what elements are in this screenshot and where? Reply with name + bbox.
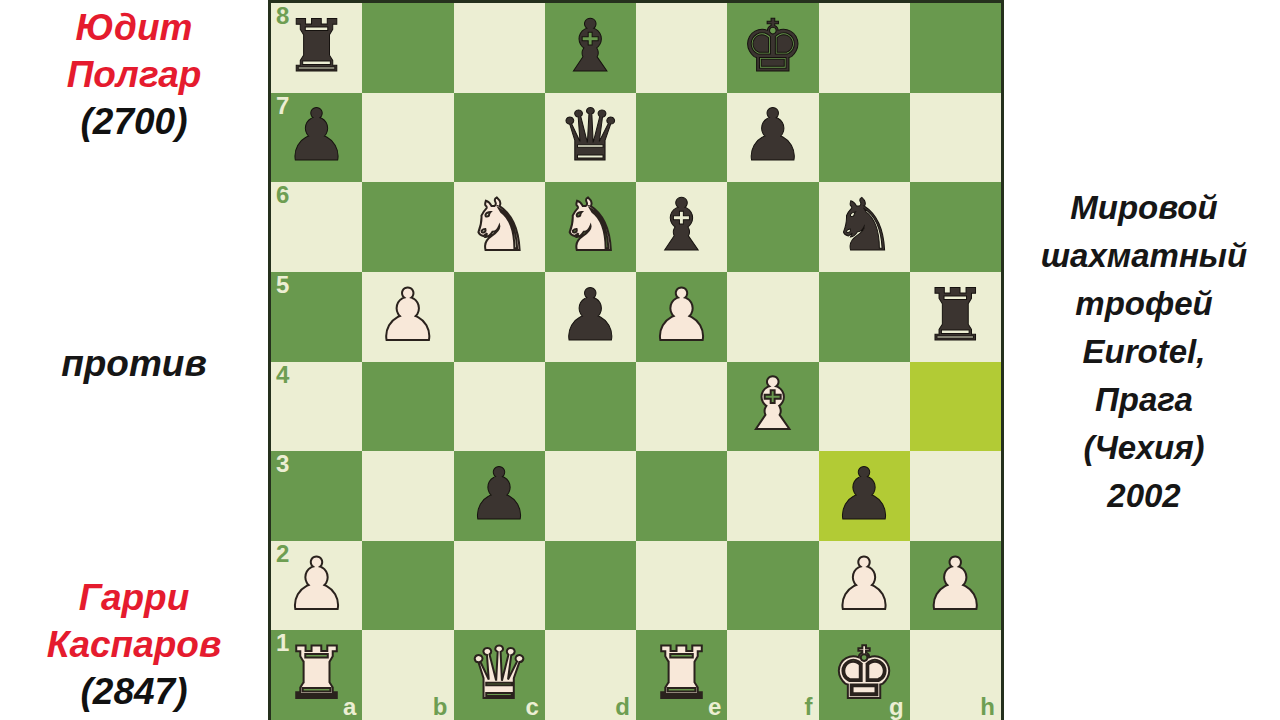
piece-black-bishop-e6: ♝ [649, 189, 714, 261]
piece-black-rook-h5: ♜ [923, 279, 988, 351]
square-c6[interactable]: ♞ [454, 182, 545, 272]
page: Юдит Полгар (2700) против Гарри Каспаров… [0, 0, 1280, 720]
square-g1[interactable]: g♚ [819, 630, 910, 720]
square-a1[interactable]: 1a♜ [271, 630, 362, 720]
square-f3[interactable] [727, 451, 818, 541]
event-info: Мировой шахматный трофей Eurotel, Прага … [1008, 184, 1280, 520]
white-player-first-name: Гарри [0, 574, 268, 621]
white-player-label: Гарри Каспаров (2847) [0, 574, 268, 715]
piece-white-pawn-h2: ♟ [923, 548, 988, 620]
square-e2[interactable] [636, 541, 727, 631]
black-player-rating: (2700) [0, 98, 268, 145]
piece-white-knight-d6: ♞ [558, 189, 623, 261]
black-player-last-name: Полгар [0, 51, 268, 98]
square-h1[interactable]: h [910, 630, 1001, 720]
square-f2[interactable] [727, 541, 818, 631]
square-e8[interactable] [636, 3, 727, 93]
square-g5[interactable] [819, 272, 910, 362]
square-b3[interactable] [362, 451, 453, 541]
piece-black-pawn-c3: ♟ [467, 458, 532, 530]
file-label-d: d [615, 695, 630, 719]
piece-white-pawn-a2: ♟ [284, 548, 349, 620]
square-a7[interactable]: 7♟ [271, 93, 362, 183]
square-g7[interactable] [819, 93, 910, 183]
piece-black-pawn-g3: ♟ [832, 458, 897, 530]
piece-white-pawn-e5: ♟ [649, 279, 714, 351]
file-label-b: b [433, 695, 448, 719]
rank-label-4: 4 [276, 363, 289, 387]
square-a2[interactable]: 2♟ [271, 541, 362, 631]
square-d4[interactable] [545, 362, 636, 452]
chess-board[interactable]: 8♜♝♚7♟♛♟6♞♞♝♞5♟♟♟♜4♝3♟♟2♟♟♟1a♜bc♛de♜fg♚h [268, 0, 1004, 720]
piece-white-knight-c6: ♞ [467, 189, 532, 261]
event-line: Прага [1008, 376, 1280, 424]
square-a6[interactable]: 6 [271, 182, 362, 272]
square-c8[interactable] [454, 3, 545, 93]
square-e7[interactable] [636, 93, 727, 183]
piece-black-queen-d7: ♛ [558, 99, 623, 171]
square-b8[interactable] [362, 3, 453, 93]
square-h7[interactable] [910, 93, 1001, 183]
piece-white-rook-a1: ♜ [284, 637, 349, 709]
square-b4[interactable] [362, 362, 453, 452]
square-d3[interactable] [545, 451, 636, 541]
square-d1[interactable]: d [545, 630, 636, 720]
square-d7[interactable]: ♛ [545, 93, 636, 183]
square-a5[interactable]: 5 [271, 272, 362, 362]
file-label-f: f [805, 695, 813, 719]
square-c5[interactable] [454, 272, 545, 362]
square-g3[interactable]: ♟ [819, 451, 910, 541]
square-c1[interactable]: c♛ [454, 630, 545, 720]
piece-black-pawn-f7: ♟ [741, 99, 806, 171]
rank-label-5: 5 [276, 273, 289, 297]
event-line: 2002 [1008, 472, 1280, 520]
black-player-first-name: Юдит [0, 4, 268, 51]
square-e5[interactable]: ♟ [636, 272, 727, 362]
square-c3[interactable]: ♟ [454, 451, 545, 541]
piece-white-king-g1: ♚ [832, 637, 897, 709]
event-line: Мировой [1008, 184, 1280, 232]
piece-white-pawn-b5: ♟ [376, 279, 441, 351]
square-d6[interactable]: ♞ [545, 182, 636, 272]
piece-white-queen-c1: ♛ [467, 637, 532, 709]
square-a8[interactable]: 8♜ [271, 3, 362, 93]
square-a4[interactable]: 4 [271, 362, 362, 452]
event-line: трофей [1008, 280, 1280, 328]
event-line: шахматный [1008, 232, 1280, 280]
piece-black-bishop-d8: ♝ [558, 10, 623, 82]
square-g4[interactable] [819, 362, 910, 452]
square-f8[interactable]: ♚ [727, 3, 818, 93]
square-h5[interactable]: ♜ [910, 272, 1001, 362]
square-d8[interactable]: ♝ [545, 3, 636, 93]
square-b1[interactable]: b [362, 630, 453, 720]
square-e1[interactable]: e♜ [636, 630, 727, 720]
piece-white-bishop-f4: ♝ [741, 368, 806, 440]
square-b7[interactable] [362, 93, 453, 183]
piece-black-king-f8: ♚ [741, 10, 806, 82]
rank-label-3: 3 [276, 452, 289, 476]
piece-black-pawn-a7: ♟ [284, 99, 349, 171]
white-player-last-name: Каспаров [0, 621, 268, 668]
square-e4[interactable] [636, 362, 727, 452]
square-g6[interactable]: ♞ [819, 182, 910, 272]
white-player-rating: (2847) [0, 668, 268, 715]
square-b5[interactable]: ♟ [362, 272, 453, 362]
square-h2[interactable]: ♟ [910, 541, 1001, 631]
piece-white-pawn-g2: ♟ [832, 548, 897, 620]
versus-label: против [0, 340, 268, 387]
square-a3[interactable]: 3 [271, 451, 362, 541]
square-d2[interactable] [545, 541, 636, 631]
square-g8[interactable] [819, 3, 910, 93]
square-c7[interactable] [454, 93, 545, 183]
rank-label-6: 6 [276, 183, 289, 207]
piece-black-knight-g6: ♞ [832, 189, 897, 261]
square-h4[interactable] [910, 362, 1001, 452]
file-label-h: h [980, 695, 995, 719]
square-f5[interactable] [727, 272, 818, 362]
piece-black-pawn-d5: ♟ [558, 279, 623, 351]
black-player-label: Юдит Полгар (2700) [0, 4, 268, 145]
square-b2[interactable] [362, 541, 453, 631]
square-f4[interactable]: ♝ [727, 362, 818, 452]
square-h3[interactable] [910, 451, 1001, 541]
square-g2[interactable]: ♟ [819, 541, 910, 631]
event-line: (Чехия) [1008, 424, 1280, 472]
event-line: Eurotel, [1008, 328, 1280, 376]
square-b6[interactable] [362, 182, 453, 272]
square-h6[interactable] [910, 182, 1001, 272]
square-h8[interactable] [910, 3, 1001, 93]
piece-black-rook-a8: ♜ [284, 10, 349, 82]
square-d5[interactable]: ♟ [545, 272, 636, 362]
piece-white-rook-e1: ♜ [649, 637, 714, 709]
square-f1[interactable]: f [727, 630, 818, 720]
square-c4[interactable] [454, 362, 545, 452]
square-e3[interactable] [636, 451, 727, 541]
square-e6[interactable]: ♝ [636, 182, 727, 272]
square-f6[interactable] [727, 182, 818, 272]
square-c2[interactable] [454, 541, 545, 631]
square-f7[interactable]: ♟ [727, 93, 818, 183]
